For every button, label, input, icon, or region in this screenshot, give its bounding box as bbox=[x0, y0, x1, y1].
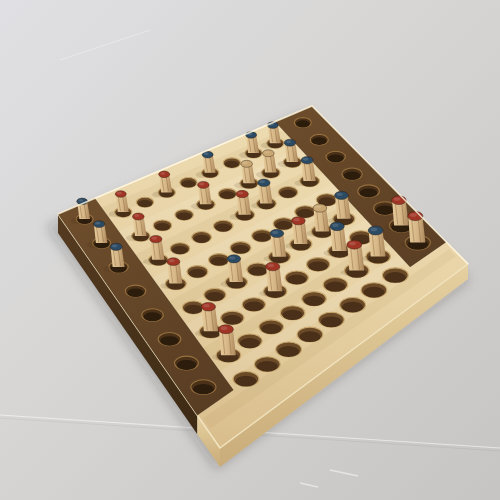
board-hole[interactable] bbox=[358, 185, 380, 198]
board-hole[interactable] bbox=[285, 271, 308, 285]
board-hole[interactable] bbox=[230, 242, 251, 254]
board-hole[interactable] bbox=[170, 243, 190, 254]
board-hole[interactable] bbox=[204, 288, 226, 301]
board-hole[interactable] bbox=[180, 178, 197, 188]
board-hole[interactable] bbox=[213, 220, 233, 231]
board-hole[interactable] bbox=[142, 309, 164, 322]
board-hole[interactable] bbox=[297, 327, 323, 342]
board-hole[interactable] bbox=[175, 209, 194, 220]
board-hole[interactable] bbox=[361, 283, 387, 298]
board-hole[interactable] bbox=[273, 218, 294, 230]
board-hole[interactable] bbox=[252, 230, 273, 242]
board-hole[interactable] bbox=[153, 220, 172, 231]
board-hole[interactable] bbox=[323, 278, 348, 292]
board-hole[interactable] bbox=[218, 188, 237, 199]
board-hole[interactable] bbox=[294, 118, 311, 128]
board-hole[interactable] bbox=[310, 134, 328, 145]
board-hole[interactable] bbox=[238, 334, 263, 348]
board-hole[interactable] bbox=[306, 258, 329, 272]
board-hole[interactable] bbox=[221, 311, 244, 325]
board-hole[interactable] bbox=[233, 372, 259, 387]
board-hole[interactable] bbox=[125, 285, 145, 297]
board-hole[interactable] bbox=[254, 357, 280, 372]
board-hole[interactable] bbox=[259, 320, 284, 334]
board-hole[interactable] bbox=[302, 292, 327, 306]
board-hole[interactable] bbox=[136, 197, 153, 207]
board-hole[interactable] bbox=[276, 342, 302, 357]
board-hole[interactable] bbox=[280, 306, 305, 320]
board-hole[interactable] bbox=[187, 266, 208, 278]
board-hole[interactable] bbox=[242, 298, 265, 312]
board-hole[interactable] bbox=[340, 297, 366, 312]
board-hole[interactable] bbox=[191, 380, 216, 395]
board-hole[interactable] bbox=[326, 151, 345, 162]
board-hole[interactable] bbox=[382, 268, 408, 283]
scene bbox=[0, 0, 500, 500]
board-photo bbox=[0, 0, 500, 500]
board-hole[interactable] bbox=[208, 254, 229, 266]
board-hole[interactable] bbox=[318, 312, 344, 327]
board-hole[interactable] bbox=[174, 356, 198, 370]
board-hole[interactable] bbox=[223, 158, 240, 168]
board-hole[interactable] bbox=[278, 186, 298, 197]
board-hole[interactable] bbox=[158, 332, 181, 345]
board-hole[interactable] bbox=[295, 206, 316, 218]
board-hole[interactable] bbox=[192, 232, 212, 243]
board-hole[interactable] bbox=[342, 168, 362, 180]
